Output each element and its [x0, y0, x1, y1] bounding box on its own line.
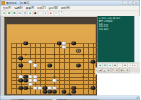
window-title: 围棋助手 - [对局1] [6, 1, 123, 5]
nav-button[interactable]: 最后一手 [119, 68, 129, 73]
star-point [25, 54, 27, 56]
setup-icon[interactable]: ▫ [54, 11, 59, 16]
black-stone[interactable] [23, 86, 28, 90]
board-icon[interactable]: ◆ [28, 11, 33, 16]
minimize-button[interactable]: – [123, 1, 128, 5]
new-icon[interactable]: ▤ [2, 11, 7, 16]
black-stone-icon[interactable]: ● [33, 11, 38, 16]
white-stone[interactable] [28, 60, 33, 64]
black-stone[interactable] [76, 49, 81, 53]
black-stone[interactable] [52, 90, 57, 94]
move-list-area[interactable] [97, 73, 140, 97]
menu-item[interactable]: 编辑(E) [13, 6, 24, 10]
resize-grip-icon[interactable] [137, 97, 140, 100]
right-panel: 白:待考(九段) 黑:待考赛事:对局研究手数:142规则:中国结果:未知 ◆▤◈… [97, 16, 140, 97]
move-nav-toolbar: |◀上一手下一手最后一手 [97, 68, 140, 73]
white-stone-icon[interactable]: ○ [38, 11, 43, 16]
menu-item[interactable]: 棋谱(P) [24, 6, 35, 10]
black-stone[interactable] [71, 90, 76, 94]
white-stone[interactable] [28, 82, 33, 86]
white-stone[interactable] [33, 64, 38, 68]
nav-button[interactable]: 上一手 [102, 68, 110, 73]
save-icon[interactable]: ▣ [12, 11, 17, 16]
app-icon [2, 1, 6, 5]
mark-icon[interactable]: ▪ [49, 11, 54, 16]
black-stone[interactable] [71, 41, 76, 45]
board-grid[interactable] [11, 43, 98, 100]
star-point [82, 54, 84, 56]
star-point [54, 54, 56, 56]
black-stone[interactable] [76, 64, 81, 68]
black-stone[interactable] [18, 56, 23, 60]
help-icon[interactable]: ? [59, 11, 64, 16]
menu-item[interactable]: 文件(F) [2, 6, 13, 10]
black-stone[interactable] [18, 64, 23, 68]
print-icon[interactable]: ▤ [17, 11, 22, 16]
go-board[interactable] [5, 17, 99, 97]
close-button[interactable]: × [134, 1, 139, 5]
copy-icon[interactable]: ▥ [23, 11, 28, 16]
game-info-line: 结果:未知 [99, 28, 135, 31]
nav-button[interactable]: 下一手 [111, 68, 119, 73]
app-window: 围棋助手 - [对局1] – □ × 文件(F)编辑(E)棋谱(P)工具(T)窗… [0, 0, 140, 100]
last-move-marker-icon [77, 49, 80, 52]
menu-item[interactable]: 工具(T) [36, 6, 47, 10]
black-stone[interactable] [90, 86, 95, 90]
nav-button[interactable]: |◀ [98, 68, 102, 73]
game-info-panel: 白:待考(九段) 黑:待考赛事:对局研究手数:142规则:中国结果:未知 [97, 16, 135, 63]
maximize-button[interactable]: □ [128, 1, 133, 5]
black-stone[interactable] [62, 90, 67, 94]
screenshot-viewport: 围棋助手 - [对局1] – □ × 文件(F)编辑(E)棋谱(P)工具(T)窗… [0, 0, 140, 100]
black-stone[interactable] [47, 64, 52, 68]
black-stone[interactable] [23, 41, 28, 45]
white-stone[interactable] [62, 45, 67, 49]
menu-item[interactable]: 帮助(H) [60, 6, 71, 10]
play-icon[interactable]: ▸ [44, 11, 49, 16]
menu-item[interactable]: 窗口(W) [47, 6, 59, 10]
white-stone[interactable] [52, 78, 57, 82]
status-bar [1, 95, 140, 99]
star-point [82, 76, 84, 78]
open-icon[interactable]: ▣ [7, 11, 12, 16]
black-stone[interactable] [90, 60, 95, 64]
star-point [54, 76, 56, 78]
white-stone[interactable] [33, 78, 38, 82]
info-scrollbar[interactable] [135, 16, 141, 63]
